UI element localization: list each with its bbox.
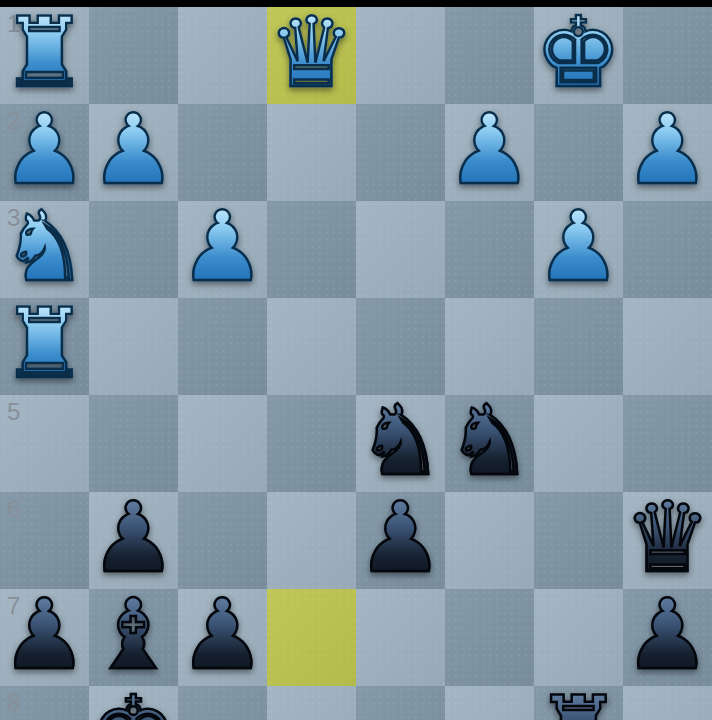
white-pawn[interactable]: ♟ [446, 101, 533, 198]
white-queen[interactable]: ♛ [268, 4, 355, 101]
square-e7[interactable] [267, 589, 356, 686]
white-rook[interactable]: ♜ [1, 4, 88, 101]
square-e3[interactable] [267, 201, 356, 298]
square-d1[interactable] [356, 7, 445, 104]
square-d6[interactable]: ♟ [356, 492, 445, 589]
white-pawn[interactable]: ♟ [535, 198, 622, 295]
square-b3[interactable]: ♟ [534, 201, 623, 298]
square-a7[interactable]: ♟ [623, 589, 712, 686]
square-g5[interactable] [89, 395, 178, 492]
square-f5[interactable] [178, 395, 267, 492]
black-knight[interactable]: ♞ [446, 392, 533, 489]
square-g7[interactable]: ♝ [89, 589, 178, 686]
square-e6[interactable] [267, 492, 356, 589]
square-f3[interactable]: ♟ [178, 201, 267, 298]
black-pawn[interactable]: ♟ [1, 586, 88, 683]
square-c1[interactable] [445, 7, 534, 104]
square-c7[interactable] [445, 589, 534, 686]
square-c3[interactable] [445, 201, 534, 298]
square-b2[interactable] [534, 104, 623, 201]
square-b5[interactable] [534, 395, 623, 492]
square-c6[interactable] [445, 492, 534, 589]
square-d8[interactable]: d [356, 686, 445, 720]
square-e8[interactable]: e [267, 686, 356, 720]
square-a6[interactable]: ♛ [623, 492, 712, 589]
square-d3[interactable] [356, 201, 445, 298]
square-d2[interactable] [356, 104, 445, 201]
black-pawn[interactable]: ♟ [90, 489, 177, 586]
white-pawn[interactable]: ♟ [624, 101, 711, 198]
rank-label-6: 6 [7, 495, 20, 523]
square-g1[interactable] [89, 7, 178, 104]
square-f2[interactable] [178, 104, 267, 201]
square-b1[interactable]: ♚ [534, 7, 623, 104]
square-g2[interactable]: ♟ [89, 104, 178, 201]
white-rook[interactable]: ♜ [1, 295, 88, 392]
square-h5[interactable]: 5 [0, 395, 89, 492]
square-c2[interactable]: ♟ [445, 104, 534, 201]
square-h3[interactable]: 3♞ [0, 201, 89, 298]
square-c4[interactable] [445, 298, 534, 395]
square-c5[interactable]: ♞ [445, 395, 534, 492]
square-h7[interactable]: 7♟ [0, 589, 89, 686]
square-a8[interactable]: a [623, 686, 712, 720]
square-a1[interactable] [623, 7, 712, 104]
square-h4[interactable]: 4♜ [0, 298, 89, 395]
square-a2[interactable]: ♟ [623, 104, 712, 201]
square-a5[interactable] [623, 395, 712, 492]
square-g6[interactable]: ♟ [89, 492, 178, 589]
square-a4[interactable] [623, 298, 712, 395]
square-d5[interactable]: ♞ [356, 395, 445, 492]
white-pawn[interactable]: ♟ [179, 198, 266, 295]
square-f8[interactable]: f [178, 686, 267, 720]
square-g8[interactable]: g♚ [89, 686, 178, 720]
white-pawn[interactable]: ♟ [90, 101, 177, 198]
square-b4[interactable] [534, 298, 623, 395]
black-rook[interactable]: ♜ [535, 683, 622, 720]
rank-label-5: 5 [7, 398, 20, 426]
square-h2[interactable]: 2♟ [0, 104, 89, 201]
square-e5[interactable] [267, 395, 356, 492]
white-king[interactable]: ♚ [535, 4, 622, 101]
square-b6[interactable] [534, 492, 623, 589]
black-knight[interactable]: ♞ [357, 392, 444, 489]
square-f1[interactable] [178, 7, 267, 104]
black-pawn[interactable]: ♟ [357, 489, 444, 586]
square-e2[interactable] [267, 104, 356, 201]
white-knight[interactable]: ♞ [1, 198, 88, 295]
square-f4[interactable] [178, 298, 267, 395]
square-h1[interactable]: 1♜ [0, 7, 89, 104]
square-a3[interactable] [623, 201, 712, 298]
square-f7[interactable]: ♟ [178, 589, 267, 686]
square-d4[interactable] [356, 298, 445, 395]
square-f6[interactable] [178, 492, 267, 589]
black-bishop[interactable]: ♝ [90, 586, 177, 683]
rank-label-8: 8 [7, 689, 20, 717]
square-g3[interactable] [89, 201, 178, 298]
black-pawn[interactable]: ♟ [624, 586, 711, 683]
black-pawn[interactable]: ♟ [179, 586, 266, 683]
chess-board: 1♜♛♚2♟♟♟♟3♞♟♟4♜5♞♞6♟♟♛7♟♝♟♟8hg♚fedcb♜a [0, 7, 712, 713]
square-h8[interactable]: 8h [0, 686, 89, 720]
square-d7[interactable] [356, 589, 445, 686]
black-king[interactable]: ♚ [90, 683, 177, 720]
black-queen[interactable]: ♛ [624, 489, 711, 586]
square-h6[interactable]: 6 [0, 492, 89, 589]
square-e1[interactable]: ♛ [267, 7, 356, 104]
square-b7[interactable] [534, 589, 623, 686]
square-e4[interactable] [267, 298, 356, 395]
white-pawn[interactable]: ♟ [1, 101, 88, 198]
square-c8[interactable]: c [445, 686, 534, 720]
square-b8[interactable]: b♜ [534, 686, 623, 720]
game-window: 1♜♛♚2♟♟♟♟3♞♟♟4♜5♞♞6♟♟♛7♟♝♟♟8hg♚fedcb♜a [0, 0, 712, 720]
square-g4[interactable] [89, 298, 178, 395]
